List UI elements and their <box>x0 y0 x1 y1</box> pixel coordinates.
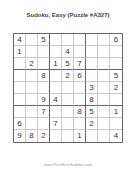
cell-r9c3[interactable]: 2 <box>38 130 50 142</box>
cell-r8c5[interactable] <box>62 118 74 130</box>
cell-r3c3[interactable] <box>38 58 50 70</box>
cell-r5c3[interactable] <box>38 82 50 94</box>
cell-r7c8[interactable] <box>98 106 110 118</box>
cell-r4c8[interactable] <box>98 70 110 82</box>
cell-r8c8[interactable] <box>98 118 110 130</box>
sudoku-board: 456142157826532948785167298214 <box>13 33 123 143</box>
cell-r9c9[interactable]: 4 <box>110 130 122 142</box>
cell-r1c8[interactable] <box>98 34 110 46</box>
cell-r2c2[interactable] <box>26 46 38 58</box>
cell-r6c2[interactable] <box>26 94 38 106</box>
cell-r5c1[interactable] <box>14 82 26 94</box>
cell-r9c5[interactable] <box>62 130 74 142</box>
cell-r5c4[interactable] <box>50 82 62 94</box>
cell-r6c6[interactable] <box>74 94 86 106</box>
cell-r8c9[interactable] <box>110 118 122 130</box>
cell-r8c2[interactable] <box>26 118 38 130</box>
cell-r1c9[interactable]: 6 <box>110 34 122 46</box>
cell-r7c6[interactable]: 8 <box>74 106 86 118</box>
cell-r5c7[interactable]: 3 <box>86 82 98 94</box>
cell-r1c5[interactable] <box>62 34 74 46</box>
cell-r2c9[interactable] <box>110 46 122 58</box>
cell-r7c2[interactable] <box>26 106 38 118</box>
cell-r9c8[interactable] <box>98 130 110 142</box>
cell-r3c8[interactable] <box>98 58 110 70</box>
cell-r6c9[interactable] <box>110 94 122 106</box>
cell-r5c2[interactable] <box>26 82 38 94</box>
cell-r2c5[interactable]: 4 <box>62 46 74 58</box>
cell-r8c1[interactable]: 6 <box>14 118 26 130</box>
cell-r9c1[interactable]: 9 <box>14 130 26 142</box>
cell-r2c1[interactable]: 1 <box>14 46 26 58</box>
cell-r2c6[interactable] <box>74 46 86 58</box>
cell-r8c6[interactable] <box>74 118 86 130</box>
cell-r1c1[interactable]: 4 <box>14 34 26 46</box>
cell-r4c7[interactable] <box>86 70 98 82</box>
cell-r4c5[interactable]: 2 <box>62 70 74 82</box>
cell-r9c2[interactable]: 8 <box>26 130 38 142</box>
cell-r4c4[interactable] <box>50 70 62 82</box>
cell-r3c1[interactable] <box>14 58 26 70</box>
cell-r1c6[interactable] <box>74 34 86 46</box>
cell-r7c1[interactable] <box>14 106 26 118</box>
cell-r7c4[interactable] <box>50 106 62 118</box>
cell-r4c6[interactable]: 6 <box>74 70 86 82</box>
cell-r1c7[interactable] <box>86 34 98 46</box>
cell-r6c4[interactable]: 4 <box>50 94 62 106</box>
page-title: Sudoku, Easy (Puzzle #A327) <box>0 12 136 18</box>
cell-r6c5[interactable] <box>62 94 74 106</box>
cell-r4c1[interactable] <box>14 70 26 82</box>
cell-r6c8[interactable] <box>98 94 110 106</box>
cell-r1c2[interactable] <box>26 34 38 46</box>
cell-r7c7[interactable]: 5 <box>86 106 98 118</box>
cell-r4c9[interactable]: 5 <box>110 70 122 82</box>
cell-r6c7[interactable]: 8 <box>86 94 98 106</box>
cell-r3c2[interactable]: 2 <box>26 58 38 70</box>
cell-r3c6[interactable]: 7 <box>74 58 86 70</box>
cell-r5c6[interactable] <box>74 82 86 94</box>
cell-r3c9[interactable] <box>110 58 122 70</box>
sudoku-page: { "game": "sudoku", "header": { "title":… <box>0 0 136 176</box>
cell-r7c3[interactable]: 7 <box>38 106 50 118</box>
cell-r9c7[interactable] <box>86 130 98 142</box>
cell-r8c4[interactable]: 7 <box>50 118 62 130</box>
cell-r5c9[interactable]: 2 <box>110 82 122 94</box>
footer-url: www.PrintFreeSudoku.com <box>0 162 136 167</box>
cell-r6c3[interactable]: 9 <box>38 94 50 106</box>
cell-r2c8[interactable] <box>98 46 110 58</box>
cell-r9c6[interactable]: 1 <box>74 130 86 142</box>
cell-r6c1[interactable] <box>14 94 26 106</box>
cell-r3c7[interactable] <box>86 58 98 70</box>
cell-r1c4[interactable] <box>50 34 62 46</box>
cell-r4c3[interactable]: 8 <box>38 70 50 82</box>
cell-r2c3[interactable] <box>38 46 50 58</box>
cell-r8c7[interactable]: 2 <box>86 118 98 130</box>
cell-r3c5[interactable]: 5 <box>62 58 74 70</box>
cell-r4c2[interactable] <box>26 70 38 82</box>
cell-r7c9[interactable]: 1 <box>110 106 122 118</box>
cell-r8c3[interactable] <box>38 118 50 130</box>
cell-r2c4[interactable] <box>50 46 62 58</box>
cell-r1c3[interactable]: 5 <box>38 34 50 46</box>
cell-r5c5[interactable] <box>62 82 74 94</box>
cell-r9c4[interactable] <box>50 130 62 142</box>
cell-r2c7[interactable] <box>86 46 98 58</box>
cell-r7c5[interactable] <box>62 106 74 118</box>
cell-r3c4[interactable]: 1 <box>50 58 62 70</box>
cell-r5c8[interactable] <box>98 82 110 94</box>
